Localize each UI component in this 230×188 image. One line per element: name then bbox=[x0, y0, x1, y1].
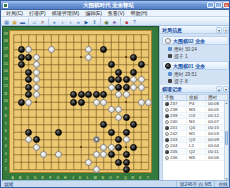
move-record-title: 棋谱记录 bbox=[162, 85, 215, 93]
black-stone bbox=[18, 46, 25, 53]
coord-number: 2 bbox=[3, 159, 9, 163]
black-stone bbox=[18, 54, 25, 61]
move-coord-cell: P4 bbox=[187, 101, 206, 106]
window-controls: –□✕ bbox=[207, 2, 230, 8]
black-stone bbox=[78, 99, 85, 106]
white-stone-last-move bbox=[93, 136, 100, 143]
move-coord-cell: L2 bbox=[187, 143, 206, 148]
black-stone bbox=[130, 144, 137, 151]
black-stone bbox=[78, 91, 85, 98]
white-stone bbox=[138, 99, 145, 106]
move-coord-cell: Q4 bbox=[187, 125, 206, 130]
black-move-icon bbox=[165, 114, 169, 118]
move-number-cell: 239 bbox=[163, 113, 187, 118]
white-stone bbox=[93, 151, 100, 158]
menu-item-E[interactable]: 编辑(E) bbox=[82, 10, 105, 17]
black-stone bbox=[18, 61, 25, 68]
white-stone bbox=[145, 99, 152, 106]
toolbar-separator bbox=[48, 18, 49, 25]
black-stone bbox=[123, 129, 130, 136]
menu-item-C[interactable]: 对局(C) bbox=[3, 10, 26, 17]
move-number-cell: 237 bbox=[163, 101, 187, 106]
coord-number: 10 bbox=[3, 99, 9, 103]
coord-number: 11 bbox=[3, 92, 9, 96]
clock-icon bbox=[168, 72, 172, 76]
black-stone bbox=[93, 91, 100, 98]
maximize-button[interactable]: □ bbox=[215, 2, 222, 8]
minimize-button[interactable]: – bbox=[207, 2, 214, 8]
black-stone bbox=[115, 159, 122, 166]
right-panel: 对局信息 ▾ ✕ 大围棋02 业余用时 30:24提子 1大围棋01 业余用时 … bbox=[159, 26, 230, 182]
white-stone bbox=[85, 54, 92, 61]
player-time-white: 用时 30:24 bbox=[162, 45, 229, 52]
coord-number: 7 bbox=[3, 122, 9, 126]
white-stone bbox=[130, 84, 137, 91]
toolbar-count-score-icon[interactable]: ◉ bbox=[103, 18, 110, 25]
coord-number: 12 bbox=[3, 84, 9, 88]
white-stone bbox=[48, 46, 55, 53]
black-stone bbox=[108, 129, 115, 136]
player-captures-text: 提子 8 bbox=[174, 78, 188, 84]
coord-number: 6 bbox=[3, 129, 9, 133]
black-stone bbox=[25, 69, 32, 76]
move-number-cell: 242 bbox=[163, 131, 187, 136]
toolbar-go-last-icon[interactable]: » bbox=[75, 18, 82, 25]
black-stone bbox=[108, 61, 115, 68]
black-stone bbox=[18, 99, 25, 106]
move-coord-cell: M3 bbox=[187, 107, 206, 112]
menu-item-H[interactable]: 帮助(H) bbox=[127, 10, 150, 17]
black-stone bbox=[130, 54, 137, 61]
menu-item-M[interactable]: 棋谱管理(M) bbox=[49, 10, 83, 17]
status-move-info: 第246手 白 M5 bbox=[176, 181, 215, 188]
toolbar-step-back-icon[interactable]: ‹ bbox=[59, 18, 66, 25]
capture-icon bbox=[168, 79, 172, 83]
player-time-text: 用时 30:24 bbox=[174, 46, 197, 52]
toolbar-stop-icon[interactable]: ■ bbox=[123, 18, 130, 25]
toolbar-pause-icon[interactable]: ‖ bbox=[91, 18, 98, 25]
scroll-down-icon[interactable]: ▾ bbox=[223, 86, 229, 92]
move-number-cell: 243 bbox=[163, 137, 187, 142]
black-stone bbox=[25, 84, 32, 91]
close-icon[interactable]: ✕ bbox=[223, 27, 229, 33]
move-number-cell: 240 bbox=[163, 119, 187, 124]
coord-number: 3 bbox=[3, 152, 9, 156]
black-stone-icon bbox=[165, 63, 171, 69]
coord-number: 8 bbox=[3, 114, 9, 118]
go-board-frame: ABCDEFGHJKLMNOPQRST191817161514131211109… bbox=[2, 26, 159, 182]
white-stone bbox=[33, 84, 40, 91]
move-record-header: 棋谱记录 ▴ ▾ bbox=[160, 85, 230, 93]
white-stone bbox=[33, 76, 40, 83]
go-client-window: 大围棋时代 业余驿站 –□✕ 对局(C)打谱(P)棋谱管理(M)编辑(E)查看(… bbox=[0, 0, 230, 188]
toolbar-go-first-icon[interactable]: « bbox=[51, 18, 58, 25]
black-move-icon bbox=[165, 126, 169, 130]
white-stone bbox=[33, 61, 40, 68]
black-stone bbox=[123, 151, 130, 158]
white-stone-icon bbox=[165, 38, 171, 44]
menu-item-P[interactable]: 打谱(P) bbox=[26, 10, 49, 17]
black-stone bbox=[115, 84, 122, 91]
white-stone bbox=[85, 159, 92, 166]
black-stone bbox=[115, 69, 122, 76]
move-table-scrollbar[interactable]: ▲ ▼ bbox=[224, 101, 228, 181]
status-connection: 在线 bbox=[214, 181, 230, 188]
player-captures-white: 提子 1 bbox=[162, 52, 229, 59]
toolbar-mark-icon[interactable]: ◈ bbox=[111, 18, 118, 25]
black-stone bbox=[33, 136, 40, 143]
black-stone bbox=[25, 129, 32, 136]
white-stone bbox=[108, 84, 115, 91]
toolbar-step-forward-icon[interactable]: › bbox=[67, 18, 74, 25]
black-stone bbox=[138, 61, 145, 68]
white-stone bbox=[33, 91, 40, 98]
player-name-white: 大围棋02 业余 bbox=[173, 38, 205, 44]
player-card-white: 大围棋02 业余用时 30:24提子 1 bbox=[162, 36, 229, 59]
coord-number: 17 bbox=[3, 47, 9, 51]
clock-icon bbox=[168, 47, 172, 51]
column-header-0[interactable]: 手数 bbox=[163, 95, 187, 100]
black-move-icon bbox=[165, 138, 169, 142]
move-number-cell: 241 bbox=[163, 125, 187, 130]
black-stone bbox=[123, 159, 130, 166]
window-title: 大围棋时代 业余驿站 bbox=[10, 1, 207, 10]
move-coord-cell: M1 bbox=[187, 131, 206, 136]
player-header-black[interactable]: 大围棋01 业余 bbox=[162, 61, 229, 70]
white-stone bbox=[115, 114, 122, 121]
white-stone bbox=[138, 84, 145, 91]
move-coord-cell: Q3 bbox=[187, 137, 206, 142]
menu-item-V[interactable]: 查看(V) bbox=[105, 10, 128, 17]
player-time-black: 用时 29:51 bbox=[162, 70, 229, 77]
white-stone bbox=[123, 136, 130, 143]
close-button[interactable]: ✕ bbox=[223, 2, 230, 8]
player-card-black: 大围棋01 业余用时 29:51提子 8 bbox=[162, 61, 229, 84]
toolbar-copy-icon[interactable]: ▱ bbox=[31, 18, 38, 25]
move-number-cell: 245 bbox=[163, 149, 187, 154]
move-number-cell: 246 bbox=[163, 155, 187, 160]
coord-number: 19 bbox=[3, 32, 9, 36]
column-header-2[interactable]: 用时 bbox=[206, 95, 228, 100]
toolbar-open-file-icon[interactable]: ▣ bbox=[11, 18, 18, 25]
toolbar-separator bbox=[120, 18, 121, 25]
coord-number: 18 bbox=[3, 39, 9, 43]
move-number-cell: 238 bbox=[163, 107, 187, 112]
menu-bar: 对局(C)打谱(P)棋谱管理(M)编辑(E)查看(V)帮助(H) bbox=[1, 10, 230, 17]
white-stone bbox=[93, 166, 100, 173]
scroll-up-icon[interactable]: ▴ bbox=[216, 86, 222, 92]
scrollbar-up-icon[interactable]: ▲ bbox=[225, 101, 228, 105]
white-move-icon bbox=[165, 144, 169, 148]
move-number-cell: 244 bbox=[163, 143, 187, 148]
scrollbar-thumb[interactable] bbox=[225, 131, 228, 145]
white-stone bbox=[93, 99, 100, 106]
column-header-1[interactable]: 坐标 bbox=[187, 95, 206, 100]
toolbar-auto-play-icon[interactable]: ▶ bbox=[83, 18, 90, 25]
black-stone bbox=[25, 54, 32, 61]
black-stone bbox=[115, 144, 122, 151]
black-stone bbox=[108, 76, 115, 83]
toolbar-separator bbox=[28, 18, 29, 25]
black-stone bbox=[55, 129, 62, 136]
coord-number: 4 bbox=[3, 144, 9, 148]
black-stone bbox=[123, 84, 130, 91]
move-coord-cell: M5 bbox=[187, 155, 206, 160]
toolbar-separator bbox=[100, 18, 101, 25]
move-coord-cell: O3 bbox=[187, 113, 206, 118]
move-row[interactable]: 246M500:06 bbox=[163, 155, 228, 161]
white-move-icon bbox=[165, 156, 169, 160]
status-ready: 就绪 bbox=[1, 181, 176, 187]
player-time-text: 用时 29:51 bbox=[174, 71, 197, 77]
white-move-icon bbox=[165, 132, 169, 136]
player-captures-text: 提子 1 bbox=[174, 53, 188, 59]
move-coord-cell: Q2 bbox=[187, 149, 206, 154]
move-table: 手数坐标用时 237P400:08238M300:05239O300:12240… bbox=[162, 94, 229, 182]
white-stone bbox=[25, 99, 32, 106]
black-stone bbox=[123, 166, 130, 173]
white-stone bbox=[33, 69, 40, 76]
white-stone bbox=[108, 144, 115, 151]
coord-number: 9 bbox=[3, 107, 9, 111]
white-stone bbox=[138, 76, 145, 83]
black-stone bbox=[130, 69, 137, 76]
player-name-black: 大围棋01 业余 bbox=[173, 63, 205, 69]
white-move-icon bbox=[165, 120, 169, 124]
black-stone bbox=[123, 76, 130, 83]
player-captures-black: 提子 8 bbox=[162, 77, 229, 84]
game-info-title: 对局信息 bbox=[162, 26, 215, 34]
toolbar-delete-icon[interactable]: ✕ bbox=[39, 18, 46, 25]
player-cards: 大围棋02 业余用时 30:24提子 1大围棋01 业余用时 29:51提子 8 bbox=[160, 34, 230, 85]
coord-number: 1 bbox=[3, 167, 9, 171]
toolbar-new-board-icon[interactable]: ▦ bbox=[3, 18, 10, 25]
coord-number: 15 bbox=[3, 62, 9, 66]
status-bar: 就绪 第246手 白 M5 在线 bbox=[1, 180, 230, 187]
white-stone bbox=[108, 106, 115, 113]
white-stone bbox=[33, 144, 40, 151]
white-stone bbox=[100, 99, 107, 106]
coord-number: 5 bbox=[3, 137, 9, 141]
capture-icon bbox=[168, 54, 172, 58]
move-coord-cell: N3 bbox=[187, 119, 206, 124]
collapse-icon[interactable]: ▾ bbox=[216, 27, 222, 33]
black-stone bbox=[108, 151, 115, 158]
white-stone bbox=[100, 144, 107, 151]
game-info-header: 对局信息 ▾ ✕ bbox=[160, 26, 230, 34]
black-stone bbox=[70, 99, 77, 106]
coord-number: 13 bbox=[3, 77, 9, 81]
black-move-icon bbox=[165, 150, 169, 154]
toolbar-help-icon[interactable]: ? bbox=[131, 18, 138, 25]
white-stone bbox=[33, 54, 40, 61]
coord-number: 16 bbox=[3, 54, 9, 58]
white-stone bbox=[123, 91, 130, 98]
black-stone bbox=[123, 114, 130, 121]
move-table-body: 237P400:08238M300:05239O300:12240N300:07… bbox=[163, 101, 228, 161]
player-header-white[interactable]: 大围棋02 业余 bbox=[162, 36, 229, 45]
coord-number: 14 bbox=[3, 69, 9, 73]
white-move-icon bbox=[165, 108, 169, 112]
main-area: ABCDEFGHJKLMNOPQRST191817161514131211109… bbox=[1, 26, 230, 182]
black-move-icon bbox=[165, 102, 169, 106]
app-icon bbox=[3, 3, 8, 8]
toolbar-save-icon[interactable]: ▬ bbox=[19, 18, 26, 25]
go-board[interactable] bbox=[9, 30, 152, 173]
